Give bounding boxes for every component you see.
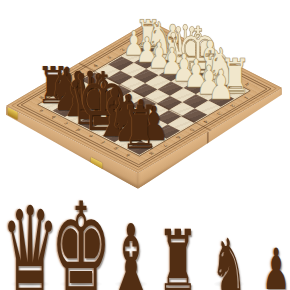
brass-hinge-2 [91, 157, 103, 171]
showcase-piece-knight: ♞ [211, 229, 247, 290]
showcase-piece-pawn: ♟ [262, 241, 290, 290]
product-photo[interactable]: aa11bb22cc33dd44ee55ff66gg77hh88 ♜♞♝♛♚♝♞… [0, 0, 290, 290]
showcase-piece-rook: ♜ [157, 219, 198, 290]
fold-seam-side [207, 131, 209, 148]
showcase-piece-bishop: ♝ [108, 213, 153, 290]
showcase-piece-king: ♚ [50, 186, 111, 290]
piece-black-rook-h8: ♜ [121, 98, 159, 157]
piece-white-pawn-h2: ♟ [208, 65, 235, 106]
